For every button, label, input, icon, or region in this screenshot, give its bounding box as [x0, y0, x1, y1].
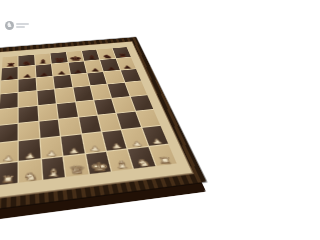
square-b8: ♞ [19, 55, 35, 67]
black-pawn: ♟ [107, 66, 117, 70]
board-grid: ♜♞♝♛♚♝♞♜♟♟♟♟♟♟♟♟♟♟♟♟♟♟♟♟♜♞♝♛♚♝♞♜ [0, 47, 125, 125]
square-b4 [19, 106, 38, 123]
square-b6 [19, 78, 36, 92]
square-d5 [55, 88, 74, 103]
square-e8: ♚ [66, 51, 83, 62]
black-knight: ♞ [102, 54, 114, 59]
square-g4 [112, 97, 125, 113]
square-e4 [76, 100, 97, 116]
black-pawn: ♟ [22, 74, 32, 78]
square-c6 [36, 76, 54, 90]
black-pawn: ♟ [5, 75, 15, 79]
square-c4 [38, 104, 58, 121]
black-pawn: ♟ [90, 68, 99, 72]
watermark-text-lines [16, 22, 29, 29]
black-pawn: ♟ [40, 72, 49, 76]
knight-logo-icon: ♞ [5, 21, 14, 30]
square-d3 [59, 118, 81, 125]
square-e5 [73, 86, 93, 101]
square-d8: ♛ [51, 52, 68, 64]
square-a8: ♜ [2, 56, 18, 68]
black-queen: ♛ [53, 58, 66, 63]
square-c5 [37, 89, 56, 104]
square-g3 [117, 112, 125, 125]
square-e3 [79, 116, 101, 125]
square-d7: ♟ [52, 63, 70, 76]
product-photo-scene: ♜♞♝♛♚♝♞♜♟♟♟♟♟♟♟♟♟♟♟♟♟♟♟♟♜♞♝♛♚♝♞♜ [0, 0, 125, 125]
square-b5 [19, 91, 37, 106]
square-b7: ♟ [19, 66, 35, 79]
square-e6 [71, 73, 90, 87]
square-g5 [108, 83, 125, 98]
square-c7: ♟ [36, 64, 53, 77]
black-pawn: ♟ [123, 65, 125, 69]
board-inner-border: ♜♞♝♛♚♝♞♜♟♟♟♟♟♟♟♟♟♟♟♟♟♟♟♟♜♞♝♛♚♝♞♜ [0, 41, 125, 125]
square-a3 [0, 124, 18, 125]
square-a6 [1, 79, 18, 93]
black-bishop: ♝ [86, 55, 98, 60]
square-a5 [0, 93, 18, 109]
black-rook: ♜ [5, 63, 16, 68]
black-pawn: ♟ [74, 69, 83, 73]
square-d6 [54, 75, 72, 89]
black-king: ♚ [69, 56, 83, 62]
black-bishop: ♝ [37, 59, 49, 64]
square-a7: ♟ [1, 67, 18, 80]
chess-board: ♜♞♝♛♚♝♞♜♟♟♟♟♟♟♟♟♟♟♟♟♟♟♟♟♜♞♝♛♚♝♞♜ [0, 37, 125, 125]
square-f3 [98, 114, 121, 125]
black-knight: ♞ [21, 61, 33, 66]
square-c8: ♝ [35, 53, 51, 65]
square-e7: ♟ [68, 62, 86, 74]
board-frame: ♜♞♝♛♚♝♞♜♟♟♟♟♟♟♟♟♟♟♟♟♟♟♟♟♜♞♝♛♚♝♞♜ [0, 37, 125, 125]
square-c3 [39, 120, 60, 125]
square-a4 [0, 108, 18, 125]
black-pawn: ♟ [57, 71, 66, 75]
photo-watermark: ♞ [5, 21, 29, 30]
black-rook: ♜ [118, 53, 125, 57]
square-d4 [57, 102, 77, 119]
square-f4 [94, 98, 116, 114]
square-b3 [19, 122, 39, 125]
